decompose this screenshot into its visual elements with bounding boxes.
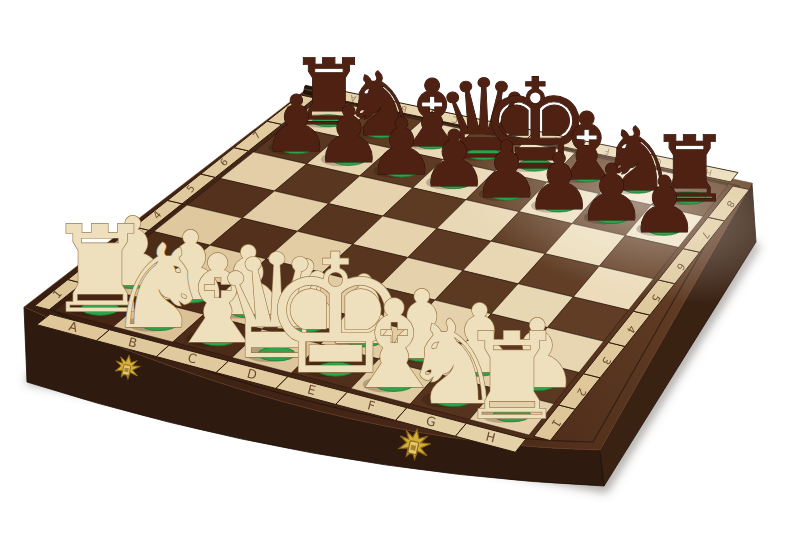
piece-group-h1: ♜ bbox=[458, 307, 566, 446]
piece-white-rook-h1[interactable]: ♜ bbox=[458, 307, 566, 446]
chess-set-product-photo: ABCDEFGHABCDEFGH1234567812345678♜♞♝♛♚♝♞♜… bbox=[0, 0, 800, 533]
piece-black-pawn-h7[interactable]: ♟ bbox=[629, 160, 699, 250]
piece-group-h7: ♟ bbox=[629, 160, 699, 250]
chess-board-scene: ABCDEFGHABCDEFGH1234567812345678♜♞♝♛♚♝♞♜… bbox=[0, 0, 800, 533]
